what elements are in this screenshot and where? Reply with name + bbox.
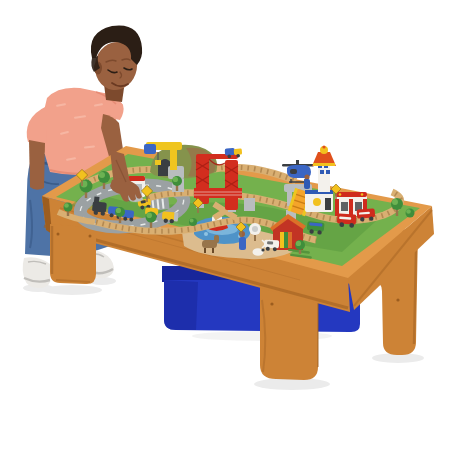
product-photo — [0, 0, 450, 450]
scene-illustration — [0, 0, 450, 450]
farmer — [239, 231, 246, 250]
left-leg-panel — [50, 224, 96, 284]
police-figure — [304, 174, 310, 189]
child-left-arm — [29, 140, 45, 190]
